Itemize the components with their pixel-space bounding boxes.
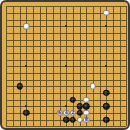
move-number-label: 2	[71, 111, 74, 116]
grid-line-horizontal	[6, 126, 126, 127]
stone-white[interactable]	[103, 10, 109, 16]
hoshi-point	[65, 25, 67, 27]
grid-line-horizontal	[6, 73, 126, 74]
grid-line-horizontal	[6, 86, 126, 87]
grid-line-horizontal	[6, 80, 126, 81]
grid-line-vertical	[93, 6, 94, 126]
move-number-label: 6	[58, 111, 61, 116]
stone-black[interactable]	[70, 116, 76, 122]
stone-black[interactable]	[76, 103, 82, 109]
stone-black[interactable]	[103, 103, 109, 109]
hoshi-point	[25, 105, 27, 107]
hoshi-point	[65, 105, 67, 107]
stone-black[interactable]	[70, 96, 76, 102]
stone-black[interactable]	[16, 83, 22, 89]
stone-black[interactable]	[76, 110, 82, 116]
move-number-label: 4	[65, 111, 68, 116]
go-board[interactable]: 6428	[2, 2, 128, 128]
stone-black[interactable]	[83, 103, 89, 109]
grid-line-horizontal	[6, 100, 126, 101]
board-frame: 6428	[0, 0, 130, 130]
grid-line-vertical	[120, 6, 121, 126]
stone-white[interactable]: 4	[63, 110, 69, 116]
stone-white[interactable]	[23, 23, 29, 29]
stone-white[interactable]: 8	[83, 116, 89, 122]
stone-black[interactable]	[23, 110, 29, 116]
hoshi-point	[105, 25, 107, 27]
grid-line-vertical	[113, 6, 114, 126]
hoshi-point	[105, 65, 107, 67]
grid-line-vertical	[100, 6, 101, 126]
grid-line-vertical	[73, 6, 74, 126]
stone-white[interactable]	[83, 96, 89, 102]
grid-line-vertical	[126, 6, 127, 126]
stone-white[interactable]: 6	[56, 110, 62, 116]
stone-white[interactable]	[76, 116, 82, 122]
stone-white[interactable]	[90, 83, 96, 89]
go-app-window: 6428	[0, 0, 130, 130]
stone-black[interactable]	[103, 116, 109, 122]
stone-white[interactable]: 2	[70, 110, 76, 116]
stone-white[interactable]	[83, 110, 89, 116]
stone-black[interactable]	[103, 90, 109, 96]
hoshi-point	[25, 65, 27, 67]
hoshi-point	[65, 65, 67, 67]
move-number-label: 8	[85, 117, 88, 122]
stone-black[interactable]	[63, 116, 69, 122]
